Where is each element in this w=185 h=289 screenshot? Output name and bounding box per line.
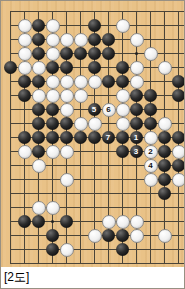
black-stone	[32, 19, 45, 32]
black-stone	[116, 75, 129, 88]
black-stone	[102, 47, 115, 60]
black-stone	[88, 19, 101, 32]
move-number: 3	[134, 144, 138, 157]
white-stone	[144, 131, 158, 145]
white-stone	[46, 75, 60, 89]
white-stone	[74, 117, 88, 131]
grid-line-horizontal	[10, 263, 184, 264]
black-stone	[116, 229, 129, 242]
white-stone	[130, 215, 144, 229]
white-stone	[60, 243, 74, 257]
black-stone	[60, 61, 73, 74]
star-point	[135, 52, 138, 55]
black-stone	[158, 145, 171, 158]
black-stone	[116, 61, 129, 74]
white-stone	[116, 117, 130, 131]
black-stone	[158, 187, 171, 200]
black-stone	[60, 47, 73, 60]
white-stone: 2	[144, 145, 158, 159]
black-stone: 5	[88, 103, 101, 116]
black-stone	[88, 33, 101, 46]
black-stone	[158, 159, 171, 172]
white-stone	[60, 145, 74, 159]
white-stone	[130, 61, 144, 75]
white-stone	[88, 117, 102, 131]
black-stone	[74, 47, 87, 60]
white-stone	[74, 33, 88, 47]
white-stone	[60, 173, 74, 187]
move-number: 1	[134, 130, 138, 143]
black-stone	[74, 131, 87, 144]
white-stone	[116, 103, 130, 117]
black-stone	[60, 215, 73, 228]
white-stone	[46, 145, 60, 159]
black-stone	[172, 159, 185, 172]
black-stone	[18, 131, 31, 144]
black-stone	[88, 131, 101, 144]
white-stone	[144, 173, 158, 187]
white-stone	[46, 89, 60, 103]
black-stone	[46, 243, 59, 256]
white-stone	[102, 215, 116, 229]
black-stone	[130, 117, 143, 130]
black-stone	[32, 103, 45, 116]
black-stone	[46, 117, 59, 130]
black-stone	[172, 131, 185, 144]
white-stone	[46, 19, 60, 33]
black-stone	[46, 229, 59, 242]
white-stone	[88, 75, 102, 89]
black-stone	[46, 103, 59, 116]
black-stone	[102, 75, 115, 88]
black-stone	[88, 47, 101, 60]
move-number: 5	[92, 102, 96, 115]
white-stone: 6	[102, 103, 116, 117]
white-stone	[32, 159, 46, 173]
black-stone	[116, 145, 129, 158]
white-stone	[18, 33, 32, 47]
white-stone	[172, 145, 185, 159]
move-number: 6	[106, 103, 110, 115]
white-stone: 4	[144, 159, 158, 173]
white-stone	[18, 19, 32, 33]
black-stone	[46, 131, 59, 144]
white-stone	[18, 47, 32, 61]
black-stone	[116, 131, 129, 144]
go-board: 5671324	[1, 1, 184, 267]
white-stone	[172, 173, 185, 187]
black-stone: 3	[130, 145, 143, 158]
black-stone	[60, 131, 73, 144]
white-stone	[46, 47, 60, 61]
white-stone	[18, 61, 32, 75]
move-number: 2	[148, 145, 152, 157]
black-stone	[32, 131, 45, 144]
diagram-caption: [2도]	[4, 269, 29, 286]
black-stone	[32, 215, 45, 228]
black-stone	[32, 145, 45, 158]
black-stone	[102, 33, 115, 46]
white-stone	[158, 117, 172, 131]
black-stone: 1	[130, 131, 143, 144]
white-stone	[74, 75, 88, 89]
black-stone: 7	[102, 131, 115, 144]
black-stone	[18, 89, 31, 102]
black-stone	[60, 117, 73, 130]
white-stone	[158, 229, 172, 243]
black-stone	[130, 89, 143, 102]
white-stone	[32, 89, 46, 103]
white-stone	[88, 229, 102, 243]
black-stone	[32, 33, 45, 46]
black-stone	[32, 47, 45, 60]
black-stone	[4, 61, 17, 74]
white-stone	[130, 229, 144, 243]
white-stone	[158, 61, 172, 75]
grid-line-horizontal	[10, 11, 184, 12]
black-stone	[102, 229, 115, 242]
black-stone	[172, 75, 185, 88]
white-stone	[60, 75, 74, 89]
move-number: 7	[106, 130, 110, 143]
black-stone	[158, 131, 171, 144]
black-stone	[32, 75, 45, 88]
black-stone	[144, 117, 157, 130]
black-stone	[158, 173, 171, 186]
black-stone	[130, 103, 143, 116]
black-stone	[116, 243, 129, 256]
white-stone	[60, 89, 74, 103]
black-stone	[18, 75, 31, 88]
black-stone	[172, 89, 185, 102]
diagram-frame: 5671324 [2도]	[0, 0, 185, 289]
white-stone	[46, 33, 60, 47]
black-stone	[46, 61, 59, 74]
move-number: 4	[148, 159, 152, 171]
grid-line-horizontal	[10, 249, 184, 250]
white-stone	[32, 61, 46, 75]
black-stone	[144, 89, 157, 102]
star-point	[51, 220, 54, 223]
white-stone	[116, 215, 130, 229]
black-stone	[88, 61, 101, 74]
black-stone	[32, 117, 45, 130]
white-stone	[46, 201, 60, 215]
white-stone	[116, 19, 130, 33]
caption-bar: [2도]	[1, 267, 184, 288]
white-stone	[18, 145, 32, 159]
white-stone	[60, 33, 74, 47]
white-stone	[116, 89, 130, 103]
white-stone	[130, 75, 144, 89]
white-stone	[60, 103, 74, 117]
black-stone	[18, 215, 31, 228]
white-stone	[32, 201, 46, 215]
white-stone	[130, 33, 144, 47]
white-stone	[74, 89, 88, 103]
black-stone	[144, 103, 157, 116]
white-stone	[144, 47, 158, 61]
